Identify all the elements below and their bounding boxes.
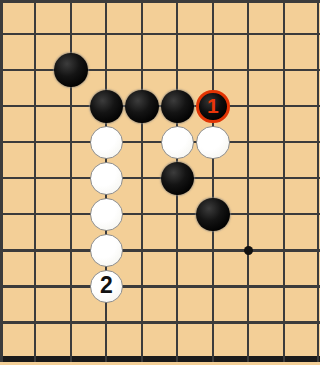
black-stone[interactable] — [161, 162, 195, 196]
grid-line-vertical — [34, 0, 36, 362]
star-point — [244, 246, 254, 256]
black-stone[interactable] — [161, 90, 195, 124]
grid-line-vertical — [212, 0, 214, 362]
grid-line-horizontal — [0, 321, 320, 323]
go-diagram: 12 — [0, 0, 320, 365]
grid-line-vertical — [283, 0, 285, 362]
grid-line-horizontal — [0, 285, 320, 287]
move-number-label: 1 — [207, 95, 219, 116]
grid-line-horizontal — [0, 69, 320, 71]
grid-line-vertical — [141, 0, 143, 362]
white-stone[interactable] — [196, 126, 230, 160]
marked-move-stone[interactable]: 1 — [196, 90, 230, 124]
white-stone[interactable] — [90, 126, 124, 160]
black-stone[interactable] — [54, 53, 88, 87]
move-number-label: 2 — [100, 274, 113, 297]
black-stone[interactable] — [125, 90, 159, 124]
black-stone[interactable] — [90, 90, 124, 124]
white-stone[interactable] — [90, 198, 124, 232]
board-bottom-edge-line — [0, 356, 320, 363]
white-stone-numbered[interactable]: 2 — [90, 270, 124, 304]
grid-line-vertical — [0, 0, 3, 362]
black-stone[interactable] — [196, 198, 230, 232]
grid-line-vertical — [247, 0, 249, 362]
white-stone[interactable] — [161, 126, 195, 160]
grid-line-horizontal — [0, 33, 320, 35]
grid-line-horizontal — [0, 213, 320, 215]
grid-line-horizontal — [0, 0, 320, 3]
go-board[interactable]: 12 — [0, 0, 320, 365]
white-stone[interactable] — [90, 234, 124, 268]
white-stone[interactable] — [90, 162, 124, 196]
grid-line-vertical — [317, 0, 319, 362]
grid-line-horizontal — [0, 249, 320, 251]
